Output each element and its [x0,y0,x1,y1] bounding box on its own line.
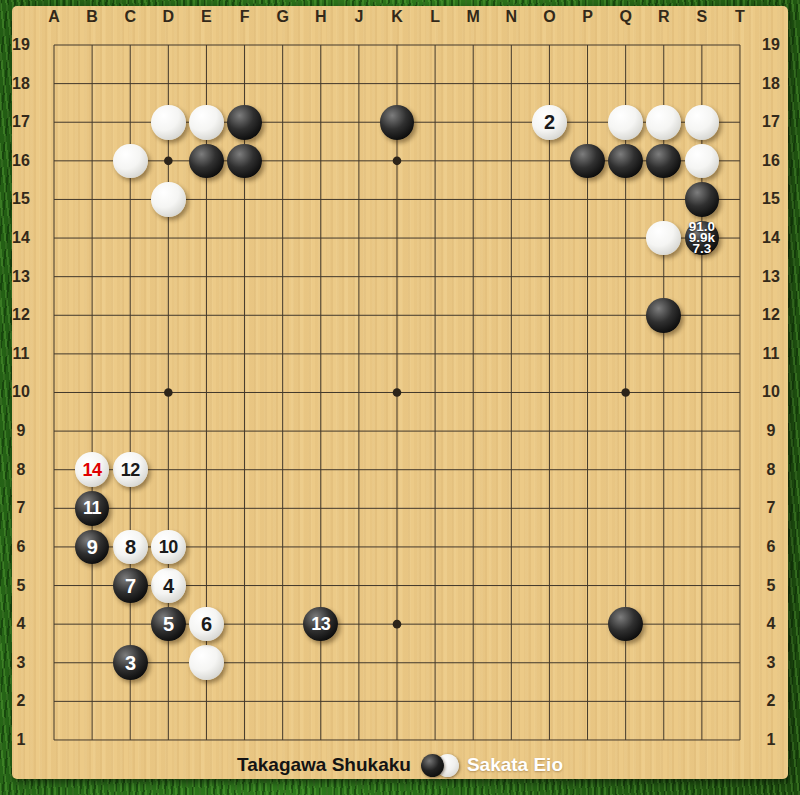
row-label-left: 16 [12,152,30,170]
column-label: L [430,8,440,26]
row-label-left: 5 [17,577,26,595]
row-label-left: 7 [17,499,26,517]
board-intersection-C8[interactable]: 12 [111,450,149,489]
row-label-right: 15 [762,190,780,208]
row-label-right: 3 [767,654,776,672]
stone-white-R17[interactable] [646,105,681,140]
board-intersection-B7[interactable]: 11 [73,489,111,528]
board-intersection-D15[interactable] [149,180,187,219]
stone-white-S16[interactable] [685,144,720,179]
row-label-right: 9 [767,422,776,440]
row-label-left: 12 [12,306,30,324]
row-label-right: 1 [767,731,776,749]
column-label: K [391,8,403,26]
stone-black-D4[interactable]: 5 [151,607,186,642]
stone-black-H4[interactable]: 13 [303,607,338,642]
stone-black-P16[interactable] [570,144,605,179]
column-label: D [163,8,175,26]
column-label: H [315,8,327,26]
row-label-left: 6 [17,538,26,556]
column-label: R [658,8,670,26]
row-label-left: 13 [12,268,30,286]
board-intersection-E16[interactable] [187,142,225,181]
move-number: 10 [159,538,178,556]
row-label-right: 4 [767,615,776,633]
stone-white-B8[interactable]: 14 [75,452,110,487]
column-label: P [582,8,593,26]
stone-white-E3[interactable] [189,645,224,680]
board-intersection-R16[interactable] [645,142,683,181]
column-label: S [697,8,708,26]
stone-white-C6[interactable]: 8 [113,530,148,565]
board-intersection-K17[interactable] [378,103,416,142]
row-label-right: 11 [763,345,780,363]
column-label: A [48,8,60,26]
column-label: N [506,8,518,26]
stone-white-Q17[interactable] [608,105,643,140]
stone-black-S14[interactable]: 91.09.9k7.3 [685,221,720,256]
stone-black-B6[interactable]: 9 [75,530,110,565]
stone-white-O17[interactable]: 2 [532,105,567,140]
board-intersection-E17[interactable] [187,103,225,142]
row-label-left: 2 [17,692,26,710]
stone-white-R14[interactable] [646,221,681,256]
stone-white-E4[interactable]: 6 [189,607,224,642]
stone-white-C8[interactable]: 12 [113,452,148,487]
column-label: O [543,8,555,26]
stone-white-E17[interactable] [189,105,224,140]
row-label-right: 2 [767,692,776,710]
eval-annotation: 91.09.9k7.3 [689,222,715,254]
board-intersection-C6[interactable]: 8 [111,528,149,567]
row-label-right: 6 [767,538,776,556]
board-intersection-E4[interactable]: 6 [187,605,225,644]
row-label-left: 10 [12,383,30,401]
row-label-left: 8 [17,461,26,479]
row-label-left: 1 [17,731,26,749]
column-label: C [124,8,136,26]
row-label-left: 11 [13,345,30,363]
board-intersection-S17[interactable] [683,103,721,142]
board-intersection-D17[interactable] [149,103,187,142]
move-number: 11 [83,499,101,517]
row-label-left: 4 [17,615,26,633]
row-label-right: 8 [767,461,776,479]
board-intersection-C5[interactable]: 7 [111,566,149,605]
row-label-right: 5 [767,577,776,595]
page-background: { "game": "go", "board": { "size": 19, "… [0,0,800,795]
move-number: 4 [163,576,174,596]
column-label: M [467,8,480,26]
stone-black-F16[interactable] [227,144,262,179]
row-label-right: 7 [767,499,776,517]
stone-black-R12[interactable] [646,298,681,333]
move-number: 12 [121,461,140,479]
board-intersection-O17[interactable]: 2 [530,103,568,142]
move-number: 14 [83,461,102,479]
board-intersection-Q16[interactable] [607,142,645,181]
row-label-right: 16 [762,152,780,170]
board-intersection-C3[interactable]: 3 [111,643,149,682]
board-intersection-D6[interactable]: 10 [149,528,187,567]
move-number: 3 [125,653,136,673]
white-player-name: Sakata Eio [467,754,563,776]
black-player-name: Takagawa Shukaku [237,754,411,776]
stone-black-C3[interactable]: 3 [113,645,148,680]
board-intersection-C16[interactable] [111,142,149,181]
board-intersection-H4[interactable]: 13 [302,605,340,644]
stone-white-D5[interactable]: 4 [151,568,186,603]
stone-black-F17[interactable] [227,105,262,140]
row-label-right: 18 [762,75,780,93]
row-label-left: 3 [17,654,26,672]
stone-black-K17[interactable] [380,105,415,140]
row-label-right: 12 [762,306,780,324]
move-number: 13 [311,615,330,633]
column-label: E [201,8,212,26]
stone-black-E16[interactable] [189,144,224,179]
board-intersection-P16[interactable] [568,142,606,181]
move-number: 5 [163,614,174,634]
caption: Takagawa Shukaku Sakata Eio [0,750,800,780]
board-intersection-D4[interactable]: 5 [149,605,187,644]
board-intersection-Q17[interactable] [607,103,645,142]
go-board-grid[interactable]: 91.09.9k7.3234567891011121314 [35,26,759,760]
row-label-left: 18 [12,75,30,93]
stone-white-D17[interactable] [151,105,186,140]
board-intersection-R17[interactable] [645,103,683,142]
stone-white-D15[interactable] [151,182,186,217]
row-label-left: 14 [12,229,30,247]
move-number: 8 [125,537,136,557]
board-intersection-F17[interactable] [225,103,263,142]
board-intersection-R12[interactable] [645,296,683,335]
column-label: J [354,8,363,26]
board-intersection-B8[interactable]: 14 [73,450,111,489]
stone-white-C16[interactable] [113,144,148,179]
board-intersection-D5[interactable]: 4 [149,566,187,605]
move-number: 2 [544,112,555,132]
board-intersection-R14[interactable] [645,219,683,258]
column-label: B [86,8,98,26]
board-intersection-S15[interactable] [683,180,721,219]
row-label-right: 14 [762,229,780,247]
stone-black-B7[interactable]: 11 [75,491,110,526]
board-intersection-E3[interactable] [187,643,225,682]
row-label-left: 9 [17,422,26,440]
board-intersection-F16[interactable] [225,142,263,181]
column-label: G [276,8,288,26]
row-label-left: 17 [12,113,30,131]
column-label: Q [619,8,631,26]
board-intersection-B6[interactable]: 9 [73,528,111,567]
stone-white-D6[interactable]: 10 [151,530,186,565]
row-label-right: 19 [762,36,780,54]
board-intersection-S14[interactable]: 91.09.9k7.3 [683,219,721,258]
stone-black-Q16[interactable] [608,144,643,179]
row-label-left: 15 [12,190,30,208]
column-label: F [240,8,250,26]
row-label-right: 17 [762,113,780,131]
move-number: 6 [201,614,212,634]
board-intersection-S16[interactable] [683,142,721,181]
column-label: T [735,8,745,26]
stone-black-Q4[interactable] [608,607,643,642]
move-number: 7 [125,576,136,596]
stone-black-S15[interactable] [685,182,720,217]
stone-white-S17[interactable] [685,105,720,140]
row-label-right: 10 [762,383,780,401]
row-label-left: 19 [12,36,30,54]
move-number: 9 [87,537,98,557]
board-intersection-Q4[interactable] [607,605,645,644]
stone-black-C5[interactable]: 7 [113,568,148,603]
stone-black-R16[interactable] [646,144,681,179]
row-label-right: 13 [762,268,780,286]
black-stone-icon [421,754,444,777]
